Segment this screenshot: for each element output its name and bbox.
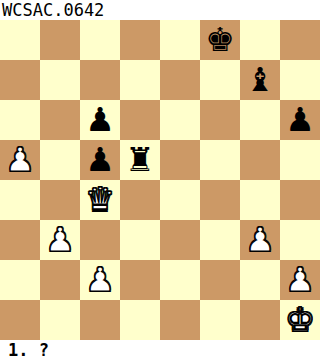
square-h3[interactable]	[280, 220, 320, 260]
square-d4[interactable]	[120, 180, 160, 220]
square-d3[interactable]	[120, 220, 160, 260]
square-h5[interactable]	[280, 140, 320, 180]
square-g6[interactable]	[240, 100, 280, 140]
square-h2[interactable]: ♟	[280, 260, 320, 300]
square-f1[interactable]	[200, 300, 240, 340]
square-f5[interactable]	[200, 140, 240, 180]
square-g4[interactable]	[240, 180, 280, 220]
square-g1[interactable]	[240, 300, 280, 340]
square-e2[interactable]	[160, 260, 200, 300]
white-queen: ♛	[85, 180, 115, 220]
white-pawn: ♟	[85, 260, 115, 300]
chess-diagram: WCSAC.0642 ♚♝♟♟♟♟♜♛♟♟♟♟♚ 1. ?	[0, 0, 320, 360]
square-b8[interactable]	[40, 20, 80, 60]
square-e6[interactable]	[160, 100, 200, 140]
square-g5[interactable]	[240, 140, 280, 180]
square-a3[interactable]	[0, 220, 40, 260]
square-h8[interactable]	[280, 20, 320, 60]
square-c2[interactable]: ♟	[80, 260, 120, 300]
white-pawn: ♟	[5, 140, 35, 180]
square-a1[interactable]	[0, 300, 40, 340]
square-b6[interactable]	[40, 100, 80, 140]
square-b5[interactable]	[40, 140, 80, 180]
title-bar: WCSAC.0642	[0, 0, 320, 20]
black-rook: ♜	[125, 140, 155, 180]
square-a8[interactable]	[0, 20, 40, 60]
square-h4[interactable]	[280, 180, 320, 220]
square-c7[interactable]	[80, 60, 120, 100]
black-pawn: ♟	[85, 140, 115, 180]
black-bishop: ♝	[245, 60, 275, 100]
square-c4[interactable]: ♛	[80, 180, 120, 220]
square-e1[interactable]	[160, 300, 200, 340]
square-g7[interactable]: ♝	[240, 60, 280, 100]
square-a5[interactable]: ♟	[0, 140, 40, 180]
square-f7[interactable]	[200, 60, 240, 100]
square-g8[interactable]	[240, 20, 280, 60]
square-f3[interactable]	[200, 220, 240, 260]
square-b7[interactable]	[40, 60, 80, 100]
square-b1[interactable]	[40, 300, 80, 340]
square-d8[interactable]	[120, 20, 160, 60]
square-h7[interactable]	[280, 60, 320, 100]
square-f2[interactable]	[200, 260, 240, 300]
square-a4[interactable]	[0, 180, 40, 220]
white-pawn: ♟	[45, 220, 75, 260]
square-d7[interactable]	[120, 60, 160, 100]
square-f8[interactable]: ♚	[200, 20, 240, 60]
move-prompt: 1. ?	[8, 340, 49, 360]
square-e4[interactable]	[160, 180, 200, 220]
square-e5[interactable]	[160, 140, 200, 180]
square-c1[interactable]	[80, 300, 120, 340]
black-pawn: ♟	[85, 100, 115, 140]
square-d2[interactable]	[120, 260, 160, 300]
square-f6[interactable]	[200, 100, 240, 140]
chess-board: ♚♝♟♟♟♟♜♛♟♟♟♟♚	[0, 20, 320, 340]
square-e3[interactable]	[160, 220, 200, 260]
white-king: ♚	[285, 300, 315, 340]
square-h6[interactable]: ♟	[280, 100, 320, 140]
square-e8[interactable]	[160, 20, 200, 60]
square-d5[interactable]: ♜	[120, 140, 160, 180]
square-b2[interactable]	[40, 260, 80, 300]
footer: 1. ?	[0, 340, 320, 360]
square-h1[interactable]: ♚	[280, 300, 320, 340]
square-c8[interactable]	[80, 20, 120, 60]
square-a7[interactable]	[0, 60, 40, 100]
square-f4[interactable]	[200, 180, 240, 220]
square-c6[interactable]: ♟	[80, 100, 120, 140]
square-b4[interactable]	[40, 180, 80, 220]
white-pawn: ♟	[245, 220, 275, 260]
square-e7[interactable]	[160, 60, 200, 100]
black-pawn: ♟	[285, 100, 315, 140]
square-c5[interactable]: ♟	[80, 140, 120, 180]
white-pawn: ♟	[285, 260, 315, 300]
square-b3[interactable]: ♟	[40, 220, 80, 260]
square-d6[interactable]	[120, 100, 160, 140]
square-g2[interactable]	[240, 260, 280, 300]
page-title: WCSAC.0642	[2, 0, 104, 20]
square-a2[interactable]	[0, 260, 40, 300]
square-d1[interactable]	[120, 300, 160, 340]
square-c3[interactable]	[80, 220, 120, 260]
black-king: ♚	[205, 20, 235, 60]
square-a6[interactable]	[0, 100, 40, 140]
square-g3[interactable]: ♟	[240, 220, 280, 260]
